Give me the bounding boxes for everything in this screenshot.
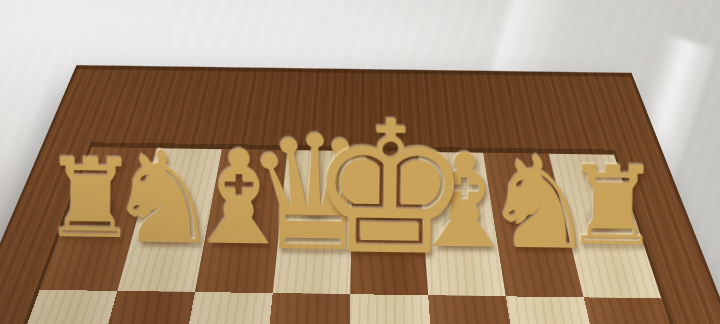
white-king-e8[interactable]: ♚ (307, 97, 473, 282)
square-e8[interactable]: ♚ (350, 151, 428, 295)
photo-scene: ♜♞♝♛♚♝♞♜♟♟♟♟♟♟♟♟ (0, 0, 720, 324)
board-lighting-overlay (0, 0, 720, 73)
chessboard[interactable]: ♜♞♝♛♚♝♞♜♟♟♟♟♟♟♟♟ (0, 0, 720, 73)
square-h7[interactable]: ♟ (584, 297, 720, 324)
square-a7[interactable]: ♟ (0, 290, 117, 324)
board-squares: ♜♞♝♛♚♝♞♜♟♟♟♟♟♟♟♟ (0, 0, 720, 155)
white-knight-g8[interactable]: ♞ (482, 139, 598, 268)
board-scene: ♜♞♝♛♚♝♞♜♟♟♟♟♟♟♟♟ (0, 0, 720, 324)
